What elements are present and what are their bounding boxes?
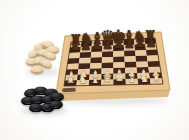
square-b4 — [78, 63, 90, 69]
square-h2 — [149, 73, 162, 79]
square-a5 — [68, 58, 80, 64]
square-f1 — [126, 79, 139, 85]
square-b7 — [80, 47, 91, 53]
square-e7 — [113, 45, 124, 51]
square-g3 — [137, 67, 149, 73]
square-a4 — [67, 64, 79, 70]
chess-board — [0, 0, 189, 140]
square-g6 — [135, 50, 147, 56]
square-a2 — [65, 75, 78, 81]
square-b6 — [80, 52, 92, 58]
square-c8 — [92, 41, 103, 47]
square-f2 — [125, 73, 137, 79]
chess-set-product-photo: ♜♞♝♛♚♝♞♜♟♟♟♟♟♟♟♟♟♟♟♟♟♟♟♟♜♞♝♛♚♝♞♜ — [0, 0, 189, 140]
square-h3 — [148, 67, 161, 73]
square-a3 — [66, 69, 79, 75]
square-c2 — [89, 74, 101, 80]
square-g5 — [136, 56, 148, 62]
square-c3 — [90, 69, 102, 75]
square-g8 — [134, 39, 145, 45]
square-c6 — [91, 52, 102, 58]
square-e6 — [113, 51, 124, 57]
square-b1 — [76, 80, 89, 86]
square-e1 — [113, 79, 126, 85]
square-e2 — [113, 73, 125, 79]
square-d6 — [102, 51, 113, 57]
square-h4 — [148, 61, 160, 67]
square-a1 — [64, 80, 77, 86]
square-f7 — [124, 45, 135, 51]
square-a8 — [70, 42, 81, 48]
square-g1 — [138, 79, 151, 85]
square-e8 — [113, 40, 124, 46]
square-h5 — [147, 55, 159, 61]
square-c1 — [89, 80, 102, 86]
square-c7 — [91, 46, 102, 52]
square-g2 — [137, 73, 150, 79]
square-b3 — [78, 69, 90, 75]
square-f6 — [124, 50, 136, 56]
square-g4 — [136, 61, 148, 67]
square-d2 — [101, 74, 113, 80]
square-g7 — [135, 44, 147, 50]
square-h7 — [145, 44, 157, 50]
square-f4 — [125, 62, 137, 68]
square-e5 — [113, 57, 125, 63]
square-a6 — [68, 53, 80, 59]
square-d4 — [102, 63, 114, 69]
square-b8 — [81, 41, 92, 47]
square-d1 — [101, 79, 113, 85]
square-e4 — [113, 62, 125, 68]
square-h6 — [146, 50, 158, 56]
square-c5 — [90, 57, 102, 63]
square-d7 — [102, 46, 113, 52]
square-a7 — [69, 47, 81, 53]
square-d3 — [102, 68, 114, 74]
square-f3 — [125, 67, 137, 73]
square-f5 — [124, 56, 136, 62]
square-d5 — [102, 57, 114, 63]
brand-stamp — [62, 88, 76, 92]
square-h1 — [150, 78, 163, 84]
square-d8 — [102, 40, 113, 46]
square-b2 — [77, 74, 90, 80]
square-b5 — [79, 58, 91, 64]
square-h8 — [145, 38, 157, 44]
square-e3 — [113, 68, 125, 74]
square-c4 — [90, 63, 102, 69]
square-f8 — [124, 39, 135, 45]
